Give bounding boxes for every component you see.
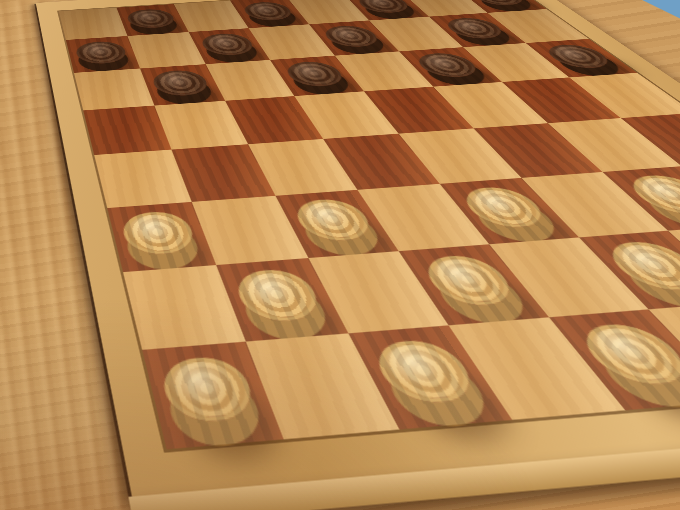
dark-checker-e2[interactable] [319,25,384,48]
light-checker-a8[interactable] [158,354,261,425]
light-checker-c6[interactable] [289,198,379,243]
light-checker-b7[interactable] [230,267,326,323]
dark-checker-d1[interactable] [239,1,297,22]
photo-scene [0,0,680,510]
light-checker-a6[interactable] [119,210,199,256]
square-a1[interactable] [59,8,127,40]
dark-checker-b1[interactable] [125,8,178,29]
dark-checker-d3[interactable] [281,60,349,87]
dark-checker-c2[interactable] [198,32,258,56]
dark-checker-f1[interactable] [353,0,415,14]
dark-checker-a2[interactable] [74,40,129,64]
dark-checker-b3[interactable] [149,69,212,97]
checkers-board-frame [36,0,680,497]
blue-background-sliver [626,0,680,30]
board-grid [59,0,680,449]
